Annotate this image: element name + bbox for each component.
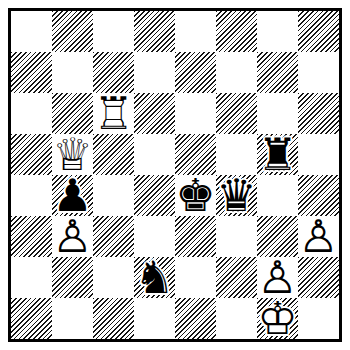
piece-glyph: ♞ [134, 257, 174, 298]
square-d2[interactable]: ♞♞ [134, 257, 175, 298]
square-b8[interactable] [52, 11, 93, 52]
square-f8[interactable] [216, 11, 257, 52]
chess-board-frame: ♜♖♛♕♜♜♟♟♚♚♛♛♟♙♟♙♞♞♟♙♚♔ [8, 8, 342, 342]
square-a6[interactable] [11, 93, 52, 134]
square-a5[interactable] [11, 134, 52, 175]
square-f3[interactable] [216, 216, 257, 257]
square-e3[interactable] [175, 216, 216, 257]
square-g8[interactable] [257, 11, 298, 52]
black-rook-piece: ♜♜ [257, 134, 298, 175]
square-d4[interactable] [134, 175, 175, 216]
square-a8[interactable] [11, 11, 52, 52]
square-h7[interactable] [298, 52, 339, 93]
square-c4[interactable] [93, 175, 134, 216]
square-d5[interactable] [134, 134, 175, 175]
square-b3[interactable]: ♟♙ [52, 216, 93, 257]
square-b7[interactable] [52, 52, 93, 93]
square-a2[interactable] [11, 257, 52, 298]
square-e6[interactable] [175, 93, 216, 134]
square-a1[interactable] [11, 298, 52, 339]
piece-glyph: ♔ [257, 298, 297, 339]
square-h6[interactable] [298, 93, 339, 134]
square-h3[interactable]: ♟♙ [298, 216, 339, 257]
piece-glyph: ♛ [216, 175, 256, 216]
chess-board: ♜♖♛♕♜♜♟♟♚♚♛♛♟♙♟♙♞♞♟♙♚♔ [11, 11, 339, 339]
piece-glyph: ♚ [175, 175, 215, 216]
square-c6[interactable]: ♜♖ [93, 93, 134, 134]
square-a4[interactable] [11, 175, 52, 216]
square-d1[interactable] [134, 298, 175, 339]
square-f2[interactable] [216, 257, 257, 298]
white-king-piece: ♚♔ [257, 298, 298, 339]
square-f7[interactable] [216, 52, 257, 93]
square-c5[interactable] [93, 134, 134, 175]
square-b2[interactable] [52, 257, 93, 298]
square-h8[interactable] [298, 11, 339, 52]
square-g7[interactable] [257, 52, 298, 93]
square-h1[interactable] [298, 298, 339, 339]
square-e2[interactable] [175, 257, 216, 298]
piece-glyph: ♙ [298, 216, 338, 257]
square-h2[interactable] [298, 257, 339, 298]
square-e4[interactable]: ♚♚ [175, 175, 216, 216]
square-d7[interactable] [134, 52, 175, 93]
square-b1[interactable] [52, 298, 93, 339]
piece-glyph: ♙ [52, 216, 92, 257]
square-c2[interactable] [93, 257, 134, 298]
square-e7[interactable] [175, 52, 216, 93]
white-pawn-piece: ♟♙ [298, 216, 339, 257]
square-a3[interactable] [11, 216, 52, 257]
piece-glyph: ♜ [257, 134, 297, 175]
square-d8[interactable] [134, 11, 175, 52]
white-rook-piece: ♜♖ [93, 93, 134, 134]
square-f1[interactable] [216, 298, 257, 339]
square-f4[interactable]: ♛♛ [216, 175, 257, 216]
square-h5[interactable] [298, 134, 339, 175]
square-a7[interactable] [11, 52, 52, 93]
white-pawn-piece: ♟♙ [52, 216, 93, 257]
square-g1[interactable]: ♚♔ [257, 298, 298, 339]
square-c3[interactable] [93, 216, 134, 257]
square-c1[interactable] [93, 298, 134, 339]
square-e8[interactable] [175, 11, 216, 52]
square-c8[interactable] [93, 11, 134, 52]
square-d6[interactable] [134, 93, 175, 134]
black-queen-piece: ♛♛ [216, 175, 257, 216]
square-g5[interactable]: ♜♜ [257, 134, 298, 175]
square-f6[interactable] [216, 93, 257, 134]
black-knight-piece: ♞♞ [134, 257, 175, 298]
piece-glyph: ♖ [93, 93, 133, 134]
square-g4[interactable] [257, 175, 298, 216]
black-king-piece: ♚♚ [175, 175, 216, 216]
square-e1[interactable] [175, 298, 216, 339]
